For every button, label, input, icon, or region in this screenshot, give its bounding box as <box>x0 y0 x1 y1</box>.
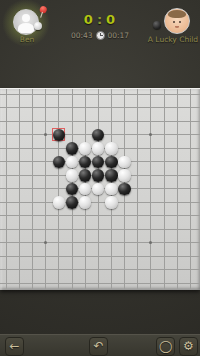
person-silhouette-icon <box>22 14 30 22</box>
white-stone <box>118 169 130 181</box>
app-background: Ben 0:0 00:43 00:17 A Lucky Child ← ↶ ◯ … <box>0 0 200 356</box>
white-stone <box>92 183 104 195</box>
black-stone <box>92 129 104 141</box>
score-separator: : <box>94 12 106 27</box>
right-player-timer: 00:17 <box>108 31 130 40</box>
white-stone <box>66 169 78 181</box>
score-display: 0:0 <box>60 12 140 27</box>
star-point <box>44 133 47 136</box>
white-stone-icon <box>34 22 42 30</box>
black-stone <box>92 156 104 168</box>
undo-button[interactable]: ↶ <box>89 337 108 356</box>
black-stone <box>53 129 65 141</box>
black-stone <box>66 196 78 208</box>
undo-icon: ↶ <box>90 337 107 354</box>
white-stone <box>66 156 78 168</box>
white-stone <box>118 156 130 168</box>
white-stone <box>105 142 117 154</box>
star-point <box>149 133 152 136</box>
white-stone <box>79 183 91 195</box>
ring-icon: ◯ <box>157 337 174 354</box>
black-stone <box>79 156 91 168</box>
white-stone <box>79 196 91 208</box>
black-stone <box>118 183 130 195</box>
clock-icon <box>96 31 105 40</box>
right-player-avatar[interactable] <box>164 8 190 34</box>
board-grid <box>0 88 197 291</box>
black-stone <box>53 156 65 168</box>
white-stone <box>105 183 117 195</box>
black-stone-icon <box>153 21 161 29</box>
white-stone <box>79 142 91 154</box>
score-left: 0 <box>84 12 94 27</box>
top-bar: Ben 0:0 00:43 00:17 A Lucky Child <box>0 0 200 46</box>
black-stone <box>105 169 117 181</box>
timers: 00:43 00:17 <box>50 29 150 41</box>
black-stone <box>66 183 78 195</box>
white-stone <box>53 196 65 208</box>
white-stone <box>105 196 117 208</box>
star-point <box>149 241 152 244</box>
left-player-name: Ben <box>13 35 41 44</box>
ring-button[interactable]: ◯ <box>156 337 175 356</box>
gear-icon: ⚙ <box>180 337 197 354</box>
black-stone <box>105 156 117 168</box>
bottom-toolbar: ← ↶ ◯ ⚙ <box>0 334 200 356</box>
white-stone <box>92 142 104 154</box>
back-button[interactable]: ← <box>5 337 24 356</box>
black-stone <box>66 142 78 154</box>
black-stone <box>79 169 91 181</box>
back-icon: ← <box>6 337 23 354</box>
right-player-name: A Lucky Child <box>146 35 200 44</box>
left-player-timer: 00:43 <box>71 31 93 40</box>
star-point <box>44 241 47 244</box>
black-stone <box>92 169 104 181</box>
settings-button[interactable]: ⚙ <box>179 337 198 356</box>
score-right: 0 <box>106 12 116 27</box>
gomoku-board[interactable] <box>0 88 200 290</box>
